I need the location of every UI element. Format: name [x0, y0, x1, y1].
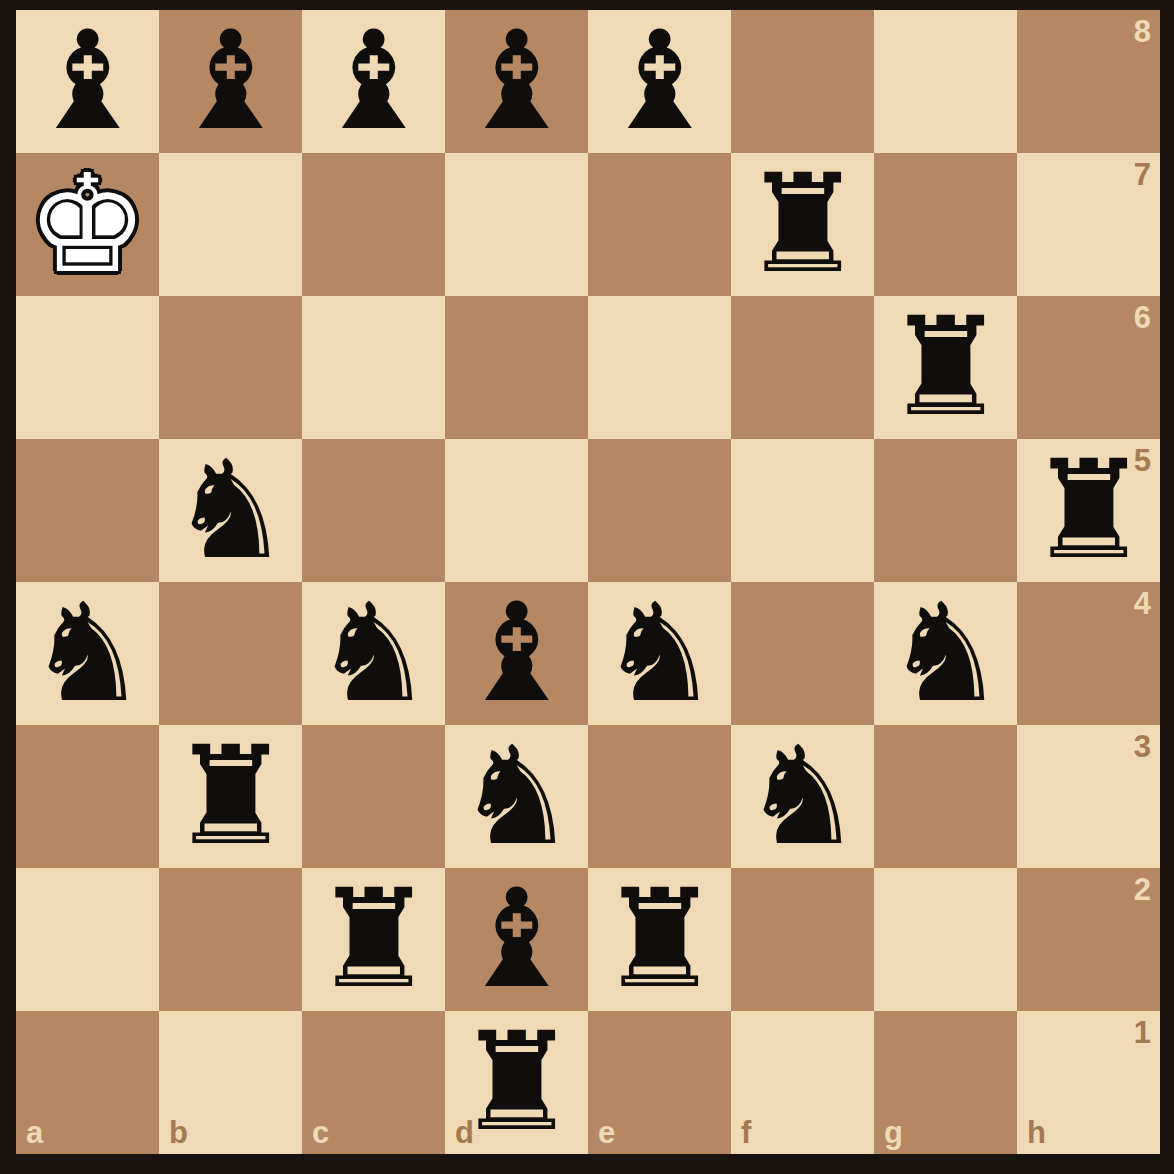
square-g4[interactable]: ♞: [874, 582, 1017, 725]
square-d4[interactable]: ♝: [445, 582, 588, 725]
square-h1[interactable]: 1h: [1017, 1011, 1160, 1154]
square-h6[interactable]: 6: [1017, 296, 1160, 439]
square-h7[interactable]: 7: [1017, 153, 1160, 296]
square-g7[interactable]: [874, 153, 1017, 296]
rank-label: 6: [1134, 302, 1151, 333]
file-label: a: [26, 1117, 43, 1148]
square-g3[interactable]: [874, 725, 1017, 868]
square-a5[interactable]: [16, 439, 159, 582]
piece-black-knight[interactable]: ♞: [456, 725, 578, 868]
square-c2[interactable]: ♜: [302, 868, 445, 1011]
square-c6[interactable]: [302, 296, 445, 439]
square-c7[interactable]: [302, 153, 445, 296]
square-d7[interactable]: [445, 153, 588, 296]
square-f7[interactable]: ♜: [731, 153, 874, 296]
square-e6[interactable]: [588, 296, 731, 439]
square-a1[interactable]: a: [16, 1011, 159, 1154]
square-e2[interactable]: ♜: [588, 868, 731, 1011]
piece-black-bishop[interactable]: ♝: [599, 10, 721, 153]
piece-black-rook[interactable]: ♜: [313, 868, 435, 1011]
square-e5[interactable]: [588, 439, 731, 582]
piece-black-bishop[interactable]: ♝: [27, 10, 149, 153]
file-label: f: [741, 1117, 751, 1148]
square-g5[interactable]: [874, 439, 1017, 582]
square-b7[interactable]: [159, 153, 302, 296]
square-f2[interactable]: [731, 868, 874, 1011]
square-d1[interactable]: ♜d: [445, 1011, 588, 1154]
square-b1[interactable]: b: [159, 1011, 302, 1154]
square-e1[interactable]: e: [588, 1011, 731, 1154]
square-a3[interactable]: [16, 725, 159, 868]
piece-black-knight[interactable]: ♞: [27, 582, 149, 725]
square-e8[interactable]: ♝: [588, 10, 731, 153]
piece-black-knight[interactable]: ♞: [599, 582, 721, 725]
square-g6[interactable]: ♜: [874, 296, 1017, 439]
square-f8[interactable]: [731, 10, 874, 153]
square-a4[interactable]: ♞: [16, 582, 159, 725]
square-a8[interactable]: ♝: [16, 10, 159, 153]
square-e7[interactable]: [588, 153, 731, 296]
piece-black-rook[interactable]: ♜: [170, 725, 292, 868]
square-f4[interactable]: [731, 582, 874, 725]
square-c4[interactable]: ♞: [302, 582, 445, 725]
piece-black-knight[interactable]: ♞: [885, 582, 1007, 725]
chess-board: ♝♝♝♝♝8♚♜7♜6♞♜5♞♞♝♞♞4♜♞♞3♜♝♜2abc♜defg1h: [16, 10, 1160, 1154]
square-f5[interactable]: [731, 439, 874, 582]
square-d5[interactable]: [445, 439, 588, 582]
square-d2[interactable]: ♝: [445, 868, 588, 1011]
square-h2[interactable]: 2: [1017, 868, 1160, 1011]
square-c8[interactable]: ♝: [302, 10, 445, 153]
rank-label: 4: [1134, 588, 1151, 619]
file-label: h: [1027, 1117, 1046, 1148]
piece-white-king[interactable]: ♚: [27, 153, 149, 296]
rank-label: 8: [1134, 16, 1151, 47]
square-h3[interactable]: 3: [1017, 725, 1160, 868]
square-d8[interactable]: ♝: [445, 10, 588, 153]
square-b4[interactable]: [159, 582, 302, 725]
piece-black-rook[interactable]: ♜: [1028, 439, 1150, 582]
piece-black-knight[interactable]: ♞: [742, 725, 864, 868]
square-h5[interactable]: ♜5: [1017, 439, 1160, 582]
square-d6[interactable]: [445, 296, 588, 439]
file-label: g: [884, 1117, 903, 1148]
square-a7[interactable]: ♚: [16, 153, 159, 296]
square-h4[interactable]: 4: [1017, 582, 1160, 725]
square-a6[interactable]: [16, 296, 159, 439]
square-e3[interactable]: [588, 725, 731, 868]
square-f3[interactable]: ♞: [731, 725, 874, 868]
piece-black-rook[interactable]: ♜: [742, 153, 864, 296]
square-c5[interactable]: [302, 439, 445, 582]
piece-black-knight[interactable]: ♞: [170, 439, 292, 582]
square-h8[interactable]: 8: [1017, 10, 1160, 153]
piece-black-knight[interactable]: ♞: [313, 582, 435, 725]
square-f6[interactable]: [731, 296, 874, 439]
piece-black-bishop[interactable]: ♝: [456, 582, 578, 725]
square-c1[interactable]: c: [302, 1011, 445, 1154]
piece-black-bishop[interactable]: ♝: [313, 10, 435, 153]
piece-black-bishop[interactable]: ♝: [170, 10, 292, 153]
rank-label: 2: [1134, 874, 1151, 905]
rank-label: 7: [1134, 159, 1151, 190]
square-g2[interactable]: [874, 868, 1017, 1011]
piece-black-rook[interactable]: ♜: [599, 868, 721, 1011]
square-c3[interactable]: [302, 725, 445, 868]
square-b5[interactable]: ♞: [159, 439, 302, 582]
square-b2[interactable]: [159, 868, 302, 1011]
square-b3[interactable]: ♜: [159, 725, 302, 868]
square-b8[interactable]: ♝: [159, 10, 302, 153]
file-label: c: [312, 1117, 329, 1148]
square-f1[interactable]: f: [731, 1011, 874, 1154]
square-d3[interactable]: ♞: [445, 725, 588, 868]
square-a2[interactable]: [16, 868, 159, 1011]
rank-label: 1: [1134, 1017, 1151, 1048]
square-e4[interactable]: ♞: [588, 582, 731, 725]
rank-label: 3: [1134, 731, 1151, 762]
square-g8[interactable]: [874, 10, 1017, 153]
piece-black-bishop[interactable]: ♝: [456, 10, 578, 153]
piece-black-rook[interactable]: ♜: [456, 1011, 578, 1154]
file-label: e: [598, 1117, 615, 1148]
piece-black-rook[interactable]: ♜: [885, 296, 1007, 439]
square-b6[interactable]: [159, 296, 302, 439]
square-g1[interactable]: g: [874, 1011, 1017, 1154]
file-label: b: [169, 1117, 188, 1148]
piece-black-bishop[interactable]: ♝: [456, 868, 578, 1011]
